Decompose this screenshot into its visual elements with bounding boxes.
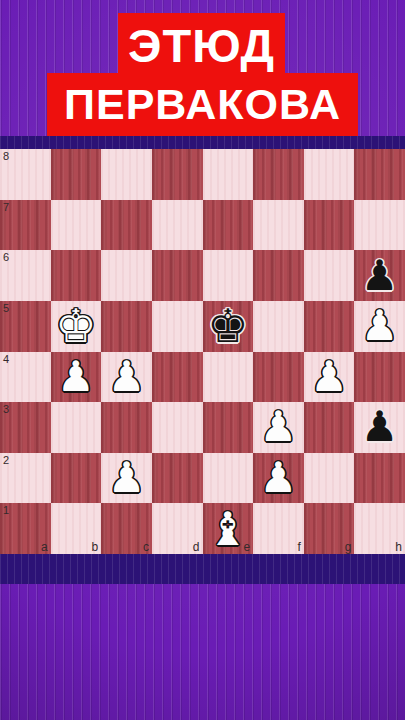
square-f6[interactable]: [253, 250, 304, 301]
square-a3[interactable]: 3: [0, 402, 51, 453]
rank-label-3: 3: [3, 403, 9, 415]
file-label-h: h: [395, 540, 402, 554]
piece-white-bishop-e1[interactable]: ♝︎: [203, 503, 254, 554]
square-h2[interactable]: [354, 453, 405, 504]
file-label-a: a: [41, 540, 48, 554]
file-label-b: b: [92, 540, 99, 554]
square-c4[interactable]: ♟︎: [101, 352, 152, 403]
square-g1[interactable]: g: [304, 503, 355, 554]
square-e2[interactable]: [203, 453, 254, 504]
square-h3[interactable]: ♟︎: [354, 402, 405, 453]
square-e1[interactable]: e♝︎: [203, 503, 254, 554]
square-c7[interactable]: [101, 200, 152, 251]
file-label-c: c: [143, 540, 149, 554]
rank-label-1: 1: [3, 504, 9, 516]
square-f3[interactable]: ♟︎: [253, 402, 304, 453]
rank-label-7: 7: [3, 201, 9, 213]
rank-label-4: 4: [3, 353, 9, 365]
piece-white-pawn-f3[interactable]: ♟︎: [253, 402, 304, 453]
square-g4[interactable]: ♟︎: [304, 352, 355, 403]
square-f5[interactable]: [253, 301, 304, 352]
square-c8[interactable]: [101, 149, 152, 200]
square-c1[interactable]: c: [101, 503, 152, 554]
square-a6[interactable]: 6: [0, 250, 51, 301]
piece-white-pawn-f2[interactable]: ♟︎: [253, 453, 304, 504]
file-label-g: g: [345, 540, 352, 554]
square-e6[interactable]: [203, 250, 254, 301]
piece-white-king-b5[interactable]: ♚︎: [51, 301, 102, 352]
square-d3[interactable]: [152, 402, 203, 453]
square-h1[interactable]: h: [354, 503, 405, 554]
square-d2[interactable]: [152, 453, 203, 504]
square-h5[interactable]: ♟︎: [354, 301, 405, 352]
chess-board: 876♟︎5♚︎♚︎♟︎4♟︎♟︎♟︎3♟︎♟︎2♟︎♟︎1abcde♝︎fgh: [0, 149, 405, 554]
square-f4[interactable]: [253, 352, 304, 403]
square-e3[interactable]: [203, 402, 254, 453]
piece-black-king-e5[interactable]: ♚︎: [203, 301, 254, 352]
square-c6[interactable]: [101, 250, 152, 301]
video-frame: ЭТЮД ПЕРВАКОВА 876♟︎5♚︎♚︎♟︎4♟︎♟︎♟︎3♟︎♟︎2…: [0, 0, 405, 720]
file-label-d: d: [193, 540, 200, 554]
square-a8[interactable]: 8: [0, 149, 51, 200]
square-c5[interactable]: [101, 301, 152, 352]
file-label-f: f: [297, 540, 300, 554]
piece-white-pawn-b4[interactable]: ♟︎: [51, 352, 102, 403]
square-b6[interactable]: [51, 250, 102, 301]
square-b7[interactable]: [51, 200, 102, 251]
square-b4[interactable]: ♟︎: [51, 352, 102, 403]
rank-label-6: 6: [3, 251, 9, 263]
square-f1[interactable]: f: [253, 503, 304, 554]
piece-black-pawn-h6[interactable]: ♟︎: [354, 250, 405, 301]
square-a4[interactable]: 4: [0, 352, 51, 403]
square-g8[interactable]: [304, 149, 355, 200]
title-text-line2: ПЕРВАКОВА: [64, 80, 341, 129]
square-g6[interactable]: [304, 250, 355, 301]
square-g7[interactable]: [304, 200, 355, 251]
square-f8[interactable]: [253, 149, 304, 200]
piece-white-pawn-h5[interactable]: ♟︎: [354, 301, 405, 352]
square-b1[interactable]: b: [51, 503, 102, 554]
piece-white-pawn-c2[interactable]: ♟︎: [101, 453, 152, 504]
piece-white-pawn-g4[interactable]: ♟︎: [304, 352, 355, 403]
square-b8[interactable]: [51, 149, 102, 200]
square-b5[interactable]: ♚︎: [51, 301, 102, 352]
rank-label-8: 8: [3, 150, 9, 162]
square-g2[interactable]: [304, 453, 355, 504]
square-c3[interactable]: [101, 402, 152, 453]
square-d8[interactable]: [152, 149, 203, 200]
title-text-line1: ЭТЮД: [128, 18, 275, 73]
square-e8[interactable]: [203, 149, 254, 200]
title-banner-line1: ЭТЮД: [118, 13, 285, 77]
square-b2[interactable]: [51, 453, 102, 504]
square-d1[interactable]: d: [152, 503, 203, 554]
square-d7[interactable]: [152, 200, 203, 251]
square-a2[interactable]: 2: [0, 453, 51, 504]
square-b3[interactable]: [51, 402, 102, 453]
rank-label-5: 5: [3, 302, 9, 314]
square-a7[interactable]: 7: [0, 200, 51, 251]
rank-label-2: 2: [3, 454, 9, 466]
square-g3[interactable]: [304, 402, 355, 453]
square-h7[interactable]: [354, 200, 405, 251]
square-g5[interactable]: [304, 301, 355, 352]
square-e7[interactable]: [203, 200, 254, 251]
square-h8[interactable]: [354, 149, 405, 200]
square-d5[interactable]: [152, 301, 203, 352]
piece-white-pawn-c4[interactable]: ♟︎: [101, 352, 152, 403]
square-f2[interactable]: ♟︎: [253, 453, 304, 504]
square-a1[interactable]: 1a: [0, 503, 51, 554]
square-d4[interactable]: [152, 352, 203, 403]
piece-black-pawn-h3[interactable]: ♟︎: [354, 402, 405, 453]
square-e4[interactable]: [203, 352, 254, 403]
board-bottom-band: [0, 554, 405, 584]
square-h6[interactable]: ♟︎: [354, 250, 405, 301]
square-a5[interactable]: 5: [0, 301, 51, 352]
title-banner-line2: ПЕРВАКОВА: [47, 73, 358, 136]
square-c2[interactable]: ♟︎: [101, 453, 152, 504]
board-top-band: [0, 136, 405, 149]
square-e5[interactable]: ♚︎: [203, 301, 254, 352]
square-h4[interactable]: [354, 352, 405, 403]
square-d6[interactable]: [152, 250, 203, 301]
square-f7[interactable]: [253, 200, 304, 251]
